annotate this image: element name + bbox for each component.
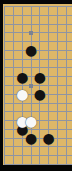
grid-line — [4, 138, 72, 139]
black-stone[interactable]: ● — [34, 89, 45, 100]
grid-line — [4, 32, 72, 33]
black-stone[interactable]: ● — [43, 133, 54, 144]
grid-line — [4, 146, 72, 147]
grid-line — [4, 164, 72, 165]
grid-line — [4, 6, 72, 7]
grid-line — [57, 6, 58, 165]
black-stone[interactable]: ● — [26, 45, 37, 56]
grid-line — [4, 120, 72, 121]
grid-line — [4, 111, 72, 112]
grid-line — [4, 103, 72, 104]
black-stone[interactable]: ● — [26, 133, 37, 144]
grid-line — [4, 6, 5, 165]
grid-line — [4, 15, 72, 16]
grid-line — [4, 41, 72, 42]
grid-line — [4, 129, 72, 130]
grid-line — [4, 24, 72, 25]
grid-line — [4, 50, 72, 51]
black-stone[interactable]: ● — [34, 71, 45, 82]
grid-line — [4, 59, 72, 60]
grid-line — [4, 155, 72, 156]
app-window: ●●●●●●●●●● — [0, 0, 72, 171]
white-stone[interactable]: ● — [17, 89, 28, 100]
grid-line — [66, 6, 67, 165]
star-point — [29, 84, 33, 88]
white-stone[interactable]: ● — [26, 115, 37, 126]
grid-line — [13, 6, 14, 165]
star-point — [29, 31, 33, 35]
black-stone[interactable]: ● — [17, 71, 28, 82]
go-board[interactable]: ●●●●●●●●●● — [3, 4, 72, 165]
